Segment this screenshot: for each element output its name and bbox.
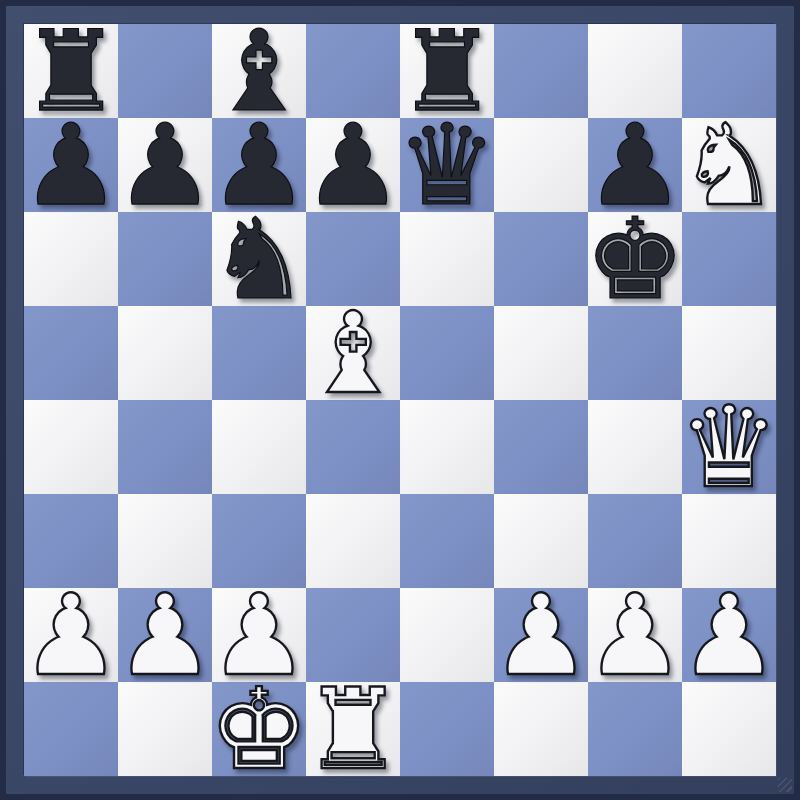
chess-board: ♜♝♜♟♟♟♟♛♟♞♞♚♝♛♟♟♟♟♟♟♚♜ (24, 24, 776, 776)
square-g2[interactable]: ♟ (588, 588, 682, 682)
white-bishop[interactable]: ♝ (303, 306, 403, 400)
white-pawn[interactable]: ♟ (491, 588, 591, 682)
white-pawn[interactable]: ♟ (21, 588, 121, 682)
square-g6[interactable]: ♚ (588, 212, 682, 306)
square-d1[interactable]: ♜ (306, 682, 400, 776)
white-king[interactable]: ♚ (209, 682, 309, 776)
square-e1[interactable] (400, 682, 494, 776)
white-rook[interactable]: ♜ (303, 682, 403, 776)
square-c1[interactable]: ♚ (212, 682, 306, 776)
black-knight[interactable]: ♞ (209, 212, 309, 306)
black-pawn[interactable]: ♟ (21, 118, 121, 212)
black-pawn[interactable]: ♟ (303, 118, 403, 212)
white-queen[interactable]: ♛ (679, 400, 779, 494)
square-h2[interactable]: ♟ (682, 588, 776, 682)
square-f6[interactable] (494, 212, 588, 306)
square-d3[interactable] (306, 494, 400, 588)
square-c6[interactable]: ♞ (212, 212, 306, 306)
square-e4[interactable] (400, 400, 494, 494)
square-d5[interactable]: ♝ (306, 306, 400, 400)
square-a5[interactable] (24, 306, 118, 400)
square-b4[interactable] (118, 400, 212, 494)
white-knight[interactable]: ♞ (679, 118, 779, 212)
square-f8[interactable] (494, 24, 588, 118)
black-queen[interactable]: ♛ (397, 118, 497, 212)
white-pawn[interactable]: ♟ (585, 588, 685, 682)
white-pawn[interactable]: ♟ (679, 588, 779, 682)
square-b5[interactable] (118, 306, 212, 400)
chess-app: ♜♝♜♟♟♟♟♛♟♞♞♚♝♛♟♟♟♟♟♟♚♜ (0, 0, 800, 800)
square-e5[interactable] (400, 306, 494, 400)
black-king[interactable]: ♚ (585, 212, 685, 306)
square-e7[interactable]: ♛ (400, 118, 494, 212)
square-b2[interactable]: ♟ (118, 588, 212, 682)
square-a2[interactable]: ♟ (24, 588, 118, 682)
square-f7[interactable] (494, 118, 588, 212)
square-a7[interactable]: ♟ (24, 118, 118, 212)
square-g4[interactable] (588, 400, 682, 494)
square-f4[interactable] (494, 400, 588, 494)
square-e3[interactable] (400, 494, 494, 588)
white-pawn[interactable]: ♟ (115, 588, 215, 682)
square-a4[interactable] (24, 400, 118, 494)
square-f5[interactable] (494, 306, 588, 400)
square-h4[interactable]: ♛ (682, 400, 776, 494)
black-pawn[interactable]: ♟ (115, 118, 215, 212)
square-d7[interactable]: ♟ (306, 118, 400, 212)
square-b7[interactable]: ♟ (118, 118, 212, 212)
square-h7[interactable]: ♞ (682, 118, 776, 212)
square-e2[interactable] (400, 588, 494, 682)
square-f2[interactable]: ♟ (494, 588, 588, 682)
square-c4[interactable] (212, 400, 306, 494)
